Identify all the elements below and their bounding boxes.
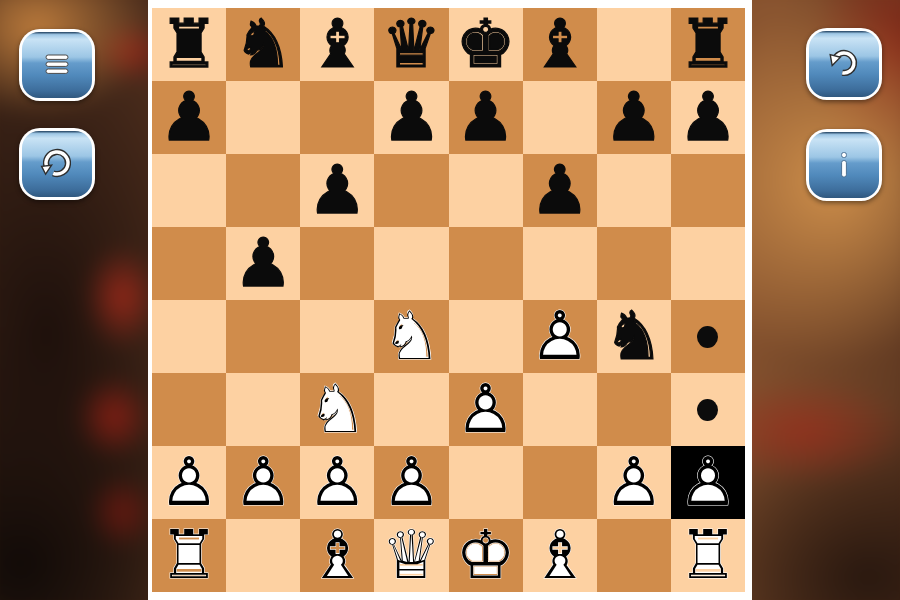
square-c4[interactable] [300,300,374,373]
piece-white-rook-outline: ♖ [671,519,745,592]
piece-white-pawn-outline: ♙ [226,446,300,519]
piece-white-pawn-outline: ♙ [523,300,597,373]
board-panel: ♜♞♝♛♚♝♜♟♟♟♟♟♟♟♟♞♘♟♙♞♞♘♟♙♟♙♟♙♟♙♟♙♟♙♟♙♜♖♝♗… [148,0,752,600]
piece-black-king: ♚ [449,8,523,81]
square-d4[interactable]: ♞♘ [374,300,448,373]
piece-white-pawn-outline: ♙ [152,446,226,519]
square-d7[interactable]: ♟ [374,81,448,154]
square-h3[interactable] [671,373,745,446]
rotate-board-button[interactable] [19,128,95,200]
piece-black-pawn: ♟ [671,81,745,154]
piece-white-rook-outline: ♖ [152,519,226,592]
square-h4[interactable] [671,300,745,373]
info-icon [822,143,866,187]
square-e2[interactable] [449,446,523,519]
piece-black-bishop: ♝ [300,8,374,81]
hamburger-icon [35,43,79,87]
piece-white-pawn-outline: ♙ [671,446,745,519]
square-b8[interactable]: ♞ [226,8,300,81]
square-h8[interactable]: ♜ [671,8,745,81]
piece-black-pawn: ♟ [152,81,226,154]
square-d3[interactable] [374,373,448,446]
piece-black-pawn: ♟ [523,154,597,227]
square-a3[interactable] [152,373,226,446]
piece-black-pawn: ♟ [374,81,448,154]
undo-arrow-icon [822,42,866,86]
piece-black-knight: ♞ [597,300,671,373]
square-g3[interactable] [597,373,671,446]
square-h7[interactable]: ♟ [671,81,745,154]
legal-move-dot [697,399,718,421]
rotate-button-face [22,131,92,197]
square-a7[interactable]: ♟ [152,81,226,154]
square-g7[interactable]: ♟ [597,81,671,154]
square-f7[interactable] [523,81,597,154]
square-g1[interactable] [597,519,671,592]
piece-black-knight: ♞ [226,8,300,81]
square-e8[interactable]: ♚ [449,8,523,81]
square-c3[interactable]: ♞♘ [300,373,374,446]
square-b3[interactable] [226,373,300,446]
piece-white-pawn-outline: ♙ [597,446,671,519]
square-g6[interactable] [597,154,671,227]
chess-board: ♜♞♝♛♚♝♜♟♟♟♟♟♟♟♟♞♘♟♙♞♞♘♟♙♟♙♟♙♟♙♟♙♟♙♟♙♜♖♝♗… [152,8,745,592]
square-c2[interactable]: ♟♙ [300,446,374,519]
square-f2[interactable] [523,446,597,519]
square-a8[interactable]: ♜ [152,8,226,81]
piece-black-rook: ♜ [671,8,745,81]
square-a1[interactable]: ♜♖ [152,519,226,592]
square-f1[interactable]: ♝♗ [523,519,597,592]
piece-black-pawn: ♟ [597,81,671,154]
piece-black-rook: ♜ [152,8,226,81]
piece-white-queen-outline: ♕ [374,519,448,592]
square-h5[interactable] [671,227,745,300]
square-d2[interactable]: ♟♙ [374,446,448,519]
square-f8[interactable]: ♝ [523,8,597,81]
square-g8[interactable] [597,8,671,81]
square-g4[interactable]: ♞ [597,300,671,373]
square-f6[interactable]: ♟ [523,154,597,227]
info-button[interactable] [806,129,882,201]
square-a2[interactable]: ♟♙ [152,446,226,519]
square-c8[interactable]: ♝ [300,8,374,81]
square-h1[interactable]: ♜♖ [671,519,745,592]
piece-black-pawn: ♟ [300,154,374,227]
square-d1[interactable]: ♛♕ [374,519,448,592]
piece-white-pawn-outline: ♙ [300,446,374,519]
square-e7[interactable]: ♟ [449,81,523,154]
piece-black-queen: ♛ [374,8,448,81]
info-button-face [809,132,879,198]
menu-button[interactable] [19,29,95,101]
piece-black-pawn: ♟ [449,81,523,154]
square-e6[interactable] [449,154,523,227]
square-g5[interactable] [597,227,671,300]
square-f3[interactable] [523,373,597,446]
square-f4[interactable]: ♟♙ [523,300,597,373]
square-e1[interactable]: ♚♔ [449,519,523,592]
piece-white-pawn-outline: ♙ [449,373,523,446]
square-b1[interactable] [226,519,300,592]
square-d8[interactable]: ♛ [374,8,448,81]
square-c1[interactable]: ♝♗ [300,519,374,592]
square-b2[interactable]: ♟♙ [226,446,300,519]
square-h2[interactable]: ♟♙ [671,446,745,519]
piece-black-pawn: ♟ [226,227,300,300]
piece-white-bishop-outline: ♗ [523,519,597,592]
square-a5[interactable] [152,227,226,300]
square-f5[interactable] [523,227,597,300]
square-c6[interactable]: ♟ [300,154,374,227]
rotate-icon [35,142,79,186]
piece-white-pawn-outline: ♙ [374,446,448,519]
undo-move-button[interactable] [806,28,882,100]
square-a6[interactable] [152,154,226,227]
square-e5[interactable] [449,227,523,300]
square-b5[interactable]: ♟ [226,227,300,300]
square-d6[interactable] [374,154,448,227]
undo-button-face [809,31,879,97]
square-c7[interactable] [300,81,374,154]
square-g2[interactable]: ♟♙ [597,446,671,519]
square-e3[interactable]: ♟♙ [449,373,523,446]
square-a4[interactable] [152,300,226,373]
piece-white-king-outline: ♔ [449,519,523,592]
piece-white-knight-outline: ♘ [374,300,448,373]
piece-white-knight-outline: ♘ [300,373,374,446]
square-h6[interactable] [671,154,745,227]
square-b7[interactable] [226,81,300,154]
square-d5[interactable] [374,227,448,300]
chess-app-screen: ♜♞♝♛♚♝♜♟♟♟♟♟♟♟♟♞♘♟♙♞♞♘♟♙♟♙♟♙♟♙♟♙♟♙♟♙♜♖♝♗… [0,0,900,600]
square-b6[interactable] [226,154,300,227]
legal-move-dot [697,326,718,348]
square-c5[interactable] [300,227,374,300]
square-b4[interactable] [226,300,300,373]
piece-black-bishop: ♝ [523,8,597,81]
piece-white-bishop-outline: ♗ [300,519,374,592]
menu-button-face [22,32,92,98]
square-e4[interactable] [449,300,523,373]
